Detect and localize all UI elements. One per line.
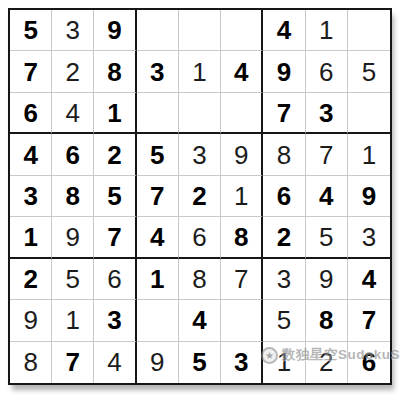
cell-r7c6[interactable]: 7: [221, 259, 263, 300]
cell-r7c9[interactable]: 4: [348, 259, 390, 300]
cell-r1c9[interactable]: [348, 10, 390, 51]
cell-r2c5[interactable]: 1: [179, 51, 221, 92]
cell-r8c9[interactable]: 7: [348, 300, 390, 341]
cell-r6c8[interactable]: 5: [306, 217, 348, 258]
cell-r2c3[interactable]: 8: [94, 51, 136, 92]
cell-r4c5[interactable]: 3: [179, 134, 221, 175]
cell-r9c3[interactable]: 4: [94, 342, 136, 383]
cell-r1c8[interactable]: 1: [306, 10, 348, 51]
cell-r3c3[interactable]: 1: [94, 93, 136, 134]
cell-r7c1[interactable]: 2: [10, 259, 52, 300]
sudoku-page: 5394172831496564173462539871385721649197…: [0, 0, 400, 400]
cell-r3c8[interactable]: 3: [306, 93, 348, 134]
cell-r4c3[interactable]: 2: [94, 134, 136, 175]
cell-r8c6[interactable]: [221, 300, 263, 341]
cell-r1c1[interactable]: 5: [10, 10, 52, 51]
cell-r7c3[interactable]: 6: [94, 259, 136, 300]
cell-r8c2[interactable]: 1: [52, 300, 94, 341]
cell-r4c8[interactable]: 7: [306, 134, 348, 175]
cell-r5c2[interactable]: 8: [52, 176, 94, 217]
cell-r6c2[interactable]: 9: [52, 217, 94, 258]
cell-r3c6[interactable]: [221, 93, 263, 134]
cell-r5c8[interactable]: 4: [306, 176, 348, 217]
cell-r4c1[interactable]: 4: [10, 134, 52, 175]
cell-r3c2[interactable]: 4: [52, 93, 94, 134]
cell-r3c7[interactable]: 7: [263, 93, 305, 134]
cell-r6c5[interactable]: 6: [179, 217, 221, 258]
cell-r5c9[interactable]: 9: [348, 176, 390, 217]
cell-r3c9[interactable]: [348, 93, 390, 134]
cell-r3c1[interactable]: 6: [10, 93, 52, 134]
cell-r1c2[interactable]: 3: [52, 10, 94, 51]
cell-r4c2[interactable]: 6: [52, 134, 94, 175]
cell-r2c1[interactable]: 7: [10, 51, 52, 92]
cell-r6c4[interactable]: 4: [137, 217, 179, 258]
cell-r2c6[interactable]: 4: [221, 51, 263, 92]
cell-r1c5[interactable]: [179, 10, 221, 51]
cell-r6c9[interactable]: 3: [348, 217, 390, 258]
cell-r4c9[interactable]: 1: [348, 134, 390, 175]
cell-r4c6[interactable]: 9: [221, 134, 263, 175]
cell-r5c1[interactable]: 3: [10, 176, 52, 217]
cell-r2c4[interactable]: 3: [137, 51, 179, 92]
cell-r5c5[interactable]: 2: [179, 176, 221, 217]
cell-r7c2[interactable]: 5: [52, 259, 94, 300]
cell-r3c5[interactable]: [179, 93, 221, 134]
cell-r2c7[interactable]: 9: [263, 51, 305, 92]
cell-r9c7[interactable]: 1: [263, 342, 305, 383]
cell-r8c5[interactable]: 4: [179, 300, 221, 341]
cell-r5c3[interactable]: 5: [94, 176, 136, 217]
cell-r9c9[interactable]: 6: [348, 342, 390, 383]
cell-r6c6[interactable]: 8: [221, 217, 263, 258]
cell-r7c8[interactable]: 9: [306, 259, 348, 300]
cell-r8c8[interactable]: 8: [306, 300, 348, 341]
cell-r2c2[interactable]: 2: [52, 51, 94, 92]
cell-r6c7[interactable]: 2: [263, 217, 305, 258]
cell-r8c7[interactable]: 5: [263, 300, 305, 341]
cell-r4c7[interactable]: 8: [263, 134, 305, 175]
cell-r7c4[interactable]: 1: [137, 259, 179, 300]
cell-r3c4[interactable]: [137, 93, 179, 134]
cell-r9c5[interactable]: 5: [179, 342, 221, 383]
cell-r2c9[interactable]: 5: [348, 51, 390, 92]
cell-r4c4[interactable]: 5: [137, 134, 179, 175]
cell-r8c1[interactable]: 9: [10, 300, 52, 341]
cell-r7c7[interactable]: 3: [263, 259, 305, 300]
cell-r2c8[interactable]: 6: [306, 51, 348, 92]
cell-r5c4[interactable]: 7: [137, 176, 179, 217]
cell-r9c2[interactable]: 7: [52, 342, 94, 383]
sudoku-board: 5394172831496564173462539871385721649197…: [8, 8, 392, 385]
cell-r1c7[interactable]: 4: [263, 10, 305, 51]
cell-r6c3[interactable]: 7: [94, 217, 136, 258]
cell-r8c3[interactable]: 3: [94, 300, 136, 341]
cell-r8c4[interactable]: [137, 300, 179, 341]
cell-r9c6[interactable]: 3: [221, 342, 263, 383]
cell-r1c4[interactable]: [137, 10, 179, 51]
cell-r9c8[interactable]: 2: [306, 342, 348, 383]
cell-r5c6[interactable]: 1: [221, 176, 263, 217]
cell-r9c1[interactable]: 8: [10, 342, 52, 383]
cell-r7c5[interactable]: 8: [179, 259, 221, 300]
cell-r1c3[interactable]: 9: [94, 10, 136, 51]
cell-r1c6[interactable]: [221, 10, 263, 51]
cell-r5c7[interactable]: 6: [263, 176, 305, 217]
cell-r9c4[interactable]: 9: [137, 342, 179, 383]
cell-r6c1[interactable]: 1: [10, 217, 52, 258]
